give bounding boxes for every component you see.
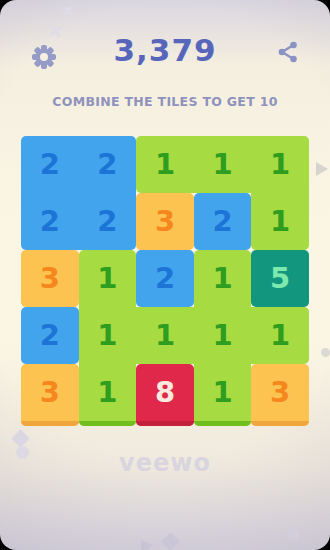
instruction-text: COMBINE THE TILES TO GET 10 xyxy=(0,94,330,109)
share-button[interactable] xyxy=(277,41,299,63)
sparkle-icon xyxy=(61,5,72,16)
tile-value: 1 xyxy=(212,378,232,407)
tile-value: 1 xyxy=(97,321,117,350)
tile-1[interactable]: 1 xyxy=(251,136,309,193)
tile-1[interactable]: 1 xyxy=(251,307,309,364)
share-icon xyxy=(277,48,299,67)
tile-2[interactable]: 2 xyxy=(79,136,137,193)
tile-1[interactable]: 1 xyxy=(194,136,252,193)
tile-2[interactable]: 2 xyxy=(21,307,79,364)
tile-value: 1 xyxy=(212,150,232,179)
tile-2[interactable]: 2 xyxy=(21,136,79,193)
tile-value: 2 xyxy=(40,150,60,179)
tile-value: 1 xyxy=(212,264,232,293)
triangle-decor-icon xyxy=(316,162,328,176)
tile-1[interactable]: 1 xyxy=(79,364,137,426)
tile-value: 3 xyxy=(270,378,290,407)
circle-decor-icon xyxy=(321,348,330,357)
tile-value: 2 xyxy=(97,150,117,179)
tile-value: 1 xyxy=(155,150,175,179)
tile-1[interactable]: 1 xyxy=(194,250,252,307)
tile-1[interactable]: 1 xyxy=(194,364,252,426)
diamond-decor-icon xyxy=(161,532,179,550)
tile-2[interactable]: 2 xyxy=(136,250,194,307)
tile-1[interactable]: 1 xyxy=(194,307,252,364)
tile-board: 2211122321312152111131813 xyxy=(21,136,309,426)
tile-value: 1 xyxy=(270,207,290,236)
tile-value: 1 xyxy=(270,321,290,350)
triangle-decor-icon xyxy=(135,536,153,550)
tile-value: 1 xyxy=(97,378,117,407)
veewo-logo: veewo xyxy=(0,449,330,477)
tile-3[interactable]: 3 xyxy=(21,250,79,307)
tile-2[interactable]: 2 xyxy=(21,193,79,250)
tile-value: 3 xyxy=(40,378,60,407)
diamond-decor-icon xyxy=(11,429,29,447)
tile-value: 1 xyxy=(270,150,290,179)
tile-3[interactable]: 3 xyxy=(136,193,194,250)
tile-value: 3 xyxy=(40,264,60,293)
tile-1[interactable]: 1 xyxy=(79,250,137,307)
tile-shadow-edge xyxy=(194,421,252,426)
tile-2[interactable]: 2 xyxy=(79,193,137,250)
tile-shadow-edge xyxy=(136,421,194,426)
tile-2[interactable]: 2 xyxy=(194,193,252,250)
tile-3[interactable]: 3 xyxy=(251,364,309,426)
tile-value: 2 xyxy=(40,207,60,236)
tile-5[interactable]: 5 xyxy=(251,250,309,307)
tile-value: 1 xyxy=(97,264,117,293)
tile-shadow-edge xyxy=(251,421,309,426)
tile-value: 2 xyxy=(155,264,175,293)
tile-value: 2 xyxy=(212,207,232,236)
tile-shadow-edge xyxy=(79,421,137,426)
circle-decor-icon xyxy=(287,527,300,540)
game-screen: 3,379 COMBINE THE TILES TO GET 10 221112… xyxy=(0,0,330,550)
tile-value: 1 xyxy=(212,321,232,350)
tile-value: 2 xyxy=(40,321,60,350)
tile-3[interactable]: 3 xyxy=(21,364,79,426)
tile-1[interactable]: 1 xyxy=(136,307,194,364)
tile-1[interactable]: 1 xyxy=(136,136,194,193)
tile-value: 8 xyxy=(155,378,175,407)
tile-value: 3 xyxy=(155,207,175,236)
tile-value: 1 xyxy=(155,321,175,350)
tile-8[interactable]: 8 xyxy=(136,364,194,426)
tile-1[interactable]: 1 xyxy=(251,193,309,250)
tile-value: 2 xyxy=(97,207,117,236)
tile-shadow-edge xyxy=(21,421,79,426)
tile-1[interactable]: 1 xyxy=(79,307,137,364)
tile-value: 5 xyxy=(270,264,290,293)
